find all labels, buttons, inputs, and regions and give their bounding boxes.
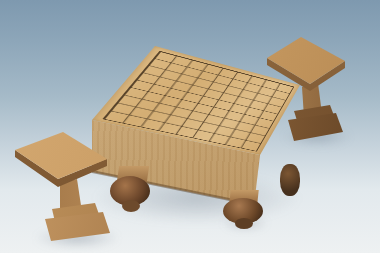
board-leg-front-foot <box>235 218 253 229</box>
board-leg-left-foot <box>122 200 140 212</box>
board-leg-right <box>280 164 300 196</box>
scene <box>0 0 380 253</box>
